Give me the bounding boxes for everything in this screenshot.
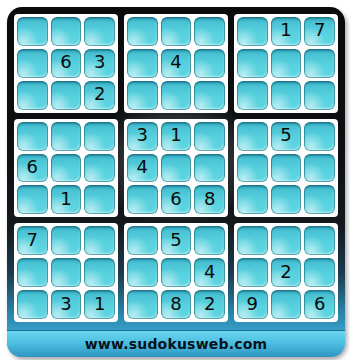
given-digit: 3 — [60, 295, 71, 313]
given-digit: 4 — [170, 53, 181, 71]
given-digit: 9 — [247, 295, 258, 313]
sudoku-box-7: 731 — [14, 223, 118, 322]
sudoku-cell-r7c3[interactable] — [84, 226, 115, 255]
given-digit: 4 — [204, 263, 215, 281]
sudoku-cell-r7c4[interactable] — [127, 226, 158, 255]
sudoku-cell-r5c7[interactable] — [237, 154, 268, 183]
sudoku-cell-r5c2[interactable] — [51, 154, 82, 183]
sudoku-cell-r8c5[interactable] — [161, 258, 192, 287]
sudoku-cell-r1c4[interactable] — [127, 17, 158, 46]
sudoku-cell-r4c1[interactable] — [17, 122, 48, 151]
sudoku-cell-r8c6[interactable]: 4 — [194, 258, 225, 287]
sudoku-cell-r2c4[interactable] — [127, 49, 158, 78]
sudoku-cell-r7c1[interactable]: 7 — [17, 226, 48, 255]
sudoku-cell-r1c1[interactable] — [17, 17, 48, 46]
sudoku-cell-r1c2[interactable] — [51, 17, 82, 46]
sudoku-cell-r6c6[interactable]: 8 — [194, 185, 225, 214]
sudoku-cell-r1c5[interactable] — [161, 17, 192, 46]
sudoku-cell-r3c5[interactable] — [161, 81, 192, 110]
sudoku-cell-r8c3[interactable] — [84, 258, 115, 287]
sudoku-box-4: 61 — [14, 119, 118, 218]
sudoku-cell-r4c6[interactable] — [194, 122, 225, 151]
sudoku-cell-r3c1[interactable] — [17, 81, 48, 110]
sudoku-cell-r7c6[interactable] — [194, 226, 225, 255]
given-digit: 5 — [280, 126, 291, 144]
sudoku-cell-r8c1[interactable] — [17, 258, 48, 287]
given-digit: 8 — [170, 295, 181, 313]
sudoku-cell-r5c5[interactable] — [161, 154, 192, 183]
sudoku-cell-r6c5[interactable]: 6 — [161, 185, 192, 214]
sudoku-cell-r5c4[interactable]: 4 — [127, 154, 158, 183]
sudoku-cell-r4c4[interactable]: 3 — [127, 122, 158, 151]
sudoku-cell-r6c4[interactable] — [127, 185, 158, 214]
sudoku-cell-r2c6[interactable] — [194, 49, 225, 78]
given-digit: 3 — [94, 53, 105, 71]
given-digit: 1 — [94, 295, 105, 313]
sudoku-cell-r7c5[interactable]: 5 — [161, 226, 192, 255]
given-digit: 6 — [27, 158, 38, 176]
sudoku-cell-r5c3[interactable] — [84, 154, 115, 183]
sudoku-cell-r9c1[interactable] — [17, 290, 48, 319]
sudoku-cell-r9c8[interactable] — [271, 290, 302, 319]
sudoku-cell-r9c9[interactable]: 6 — [304, 290, 335, 319]
sudoku-cell-r8c8[interactable]: 2 — [271, 258, 302, 287]
sudoku-cell-r3c7[interactable] — [237, 81, 268, 110]
sudoku-box-6: 5 — [234, 119, 338, 218]
sudoku-cell-r2c2[interactable]: 6 — [51, 49, 82, 78]
sudoku-cell-r8c2[interactable] — [51, 258, 82, 287]
sudoku-cell-r6c8[interactable] — [271, 185, 302, 214]
sudoku-cell-r2c3[interactable]: 3 — [84, 49, 115, 78]
sudoku-cell-r5c1[interactable]: 6 — [17, 154, 48, 183]
sudoku-box-2: 4 — [124, 14, 228, 113]
sudoku-cell-r3c4[interactable] — [127, 81, 158, 110]
sudoku-cell-r2c7[interactable] — [237, 49, 268, 78]
sudoku-cell-r7c7[interactable] — [237, 226, 268, 255]
sudoku-cell-r8c4[interactable] — [127, 258, 158, 287]
given-digit: 2 — [280, 263, 291, 281]
given-digit: 8 — [204, 190, 215, 208]
sudoku-cell-r9c3[interactable]: 1 — [84, 290, 115, 319]
sudoku-cell-r1c6[interactable] — [194, 17, 225, 46]
sudoku-cell-r5c6[interactable] — [194, 154, 225, 183]
sudoku-board-frame: 632417613146857315482296 www.sudokusweb.… — [7, 7, 345, 357]
sudoku-cell-r3c2[interactable] — [51, 81, 82, 110]
sudoku-cell-r6c3[interactable] — [84, 185, 115, 214]
sudoku-page: 632417613146857315482296 www.sudokusweb.… — [0, 0, 350, 360]
sudoku-cell-r3c8[interactable] — [271, 81, 302, 110]
sudoku-cell-r1c8[interactable]: 1 — [271, 17, 302, 46]
sudoku-cell-r2c8[interactable] — [271, 49, 302, 78]
sudoku-cell-r9c6[interactable]: 2 — [194, 290, 225, 319]
sudoku-box-8: 5482 — [124, 223, 228, 322]
sudoku-cell-r9c5[interactable]: 8 — [161, 290, 192, 319]
sudoku-cell-r2c5[interactable]: 4 — [161, 49, 192, 78]
sudoku-cell-r1c9[interactable]: 7 — [304, 17, 335, 46]
sudoku-cell-r7c8[interactable] — [271, 226, 302, 255]
given-digit: 1 — [60, 190, 71, 208]
sudoku-cell-r7c2[interactable] — [51, 226, 82, 255]
site-url-link[interactable]: www.sudokusweb.com — [85, 336, 268, 352]
sudoku-cell-r3c6[interactable] — [194, 81, 225, 110]
sudoku-box-9: 296 — [234, 223, 338, 322]
given-digit: 7 — [314, 21, 325, 39]
sudoku-cell-r9c4[interactable] — [127, 290, 158, 319]
sudoku-board: 632417613146857315482296 — [14, 14, 338, 322]
given-digit: 2 — [94, 85, 105, 103]
sudoku-box-1: 632 — [14, 14, 118, 113]
sudoku-cell-r9c2[interactable]: 3 — [51, 290, 82, 319]
sudoku-cell-r5c8[interactable] — [271, 154, 302, 183]
sudoku-box-3: 17 — [234, 14, 338, 113]
sudoku-cell-r9c7[interactable]: 9 — [237, 290, 268, 319]
given-digit: 6 — [170, 190, 181, 208]
sudoku-cell-r4c9[interactable] — [304, 122, 335, 151]
sudoku-cell-r1c3[interactable] — [84, 17, 115, 46]
sudoku-cell-r4c2[interactable] — [51, 122, 82, 151]
sudoku-cell-r4c7[interactable] — [237, 122, 268, 151]
given-digit: 5 — [170, 231, 181, 249]
sudoku-box-5: 31468 — [124, 119, 228, 218]
site-footer-bar: www.sudokusweb.com — [7, 330, 345, 357]
given-digit: 2 — [204, 295, 215, 313]
sudoku-cell-r2c1[interactable] — [17, 49, 48, 78]
sudoku-cell-r1c7[interactable] — [237, 17, 268, 46]
sudoku-cell-r6c1[interactable] — [17, 185, 48, 214]
sudoku-cell-r6c7[interactable] — [237, 185, 268, 214]
given-digit: 3 — [137, 126, 148, 144]
sudoku-cell-r7c9[interactable] — [304, 226, 335, 255]
sudoku-cell-r5c9[interactable] — [304, 154, 335, 183]
given-digit: 1 — [280, 21, 291, 39]
given-digit: 4 — [137, 158, 148, 176]
sudoku-cell-r4c8[interactable]: 5 — [271, 122, 302, 151]
sudoku-cell-r2c9[interactable] — [304, 49, 335, 78]
given-digit: 6 — [60, 53, 71, 71]
sudoku-cell-r3c9[interactable] — [304, 81, 335, 110]
given-digit: 7 — [27, 231, 38, 249]
sudoku-cell-r3c3[interactable]: 2 — [84, 81, 115, 110]
sudoku-cell-r8c7[interactable] — [237, 258, 268, 287]
given-digit: 6 — [314, 295, 325, 313]
sudoku-cell-r4c3[interactable] — [84, 122, 115, 151]
sudoku-cell-r6c9[interactable] — [304, 185, 335, 214]
sudoku-cell-r4c5[interactable]: 1 — [161, 122, 192, 151]
sudoku-cell-r8c9[interactable] — [304, 258, 335, 287]
sudoku-cell-r6c2[interactable]: 1 — [51, 185, 82, 214]
given-digit: 1 — [170, 126, 181, 144]
